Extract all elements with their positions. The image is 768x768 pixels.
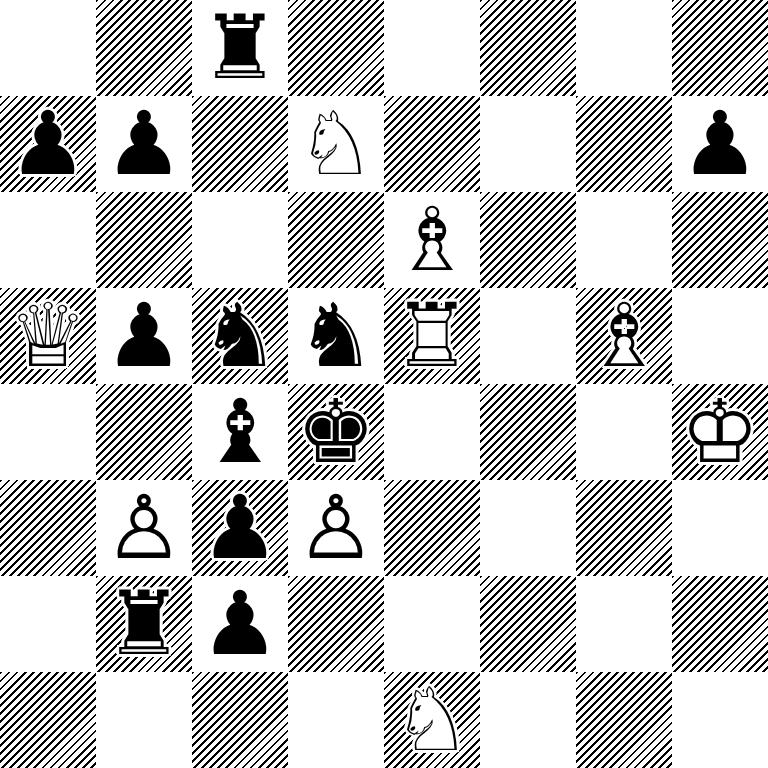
square-h7[interactable]: ♟ (672, 96, 768, 192)
square-a7[interactable]: ♟ (0, 96, 96, 192)
square-g6[interactable] (576, 192, 672, 288)
square-e1[interactable]: ♞♘ (384, 672, 480, 768)
piece-black-rook: ♜ (96, 576, 192, 672)
square-h4[interactable]: ♚♔ (672, 384, 768, 480)
piece-white-bishop: ♝♗ (384, 192, 480, 288)
square-f3[interactable] (480, 480, 576, 576)
square-d8[interactable] (288, 0, 384, 96)
square-h3[interactable] (672, 480, 768, 576)
piece-black-pawn: ♟ (192, 480, 288, 576)
square-d6[interactable] (288, 192, 384, 288)
square-g3[interactable] (576, 480, 672, 576)
piece-black-pawn: ♟ (96, 96, 192, 192)
square-a6[interactable] (0, 192, 96, 288)
piece-black-knight: ♞ (192, 288, 288, 384)
square-e8[interactable] (384, 0, 480, 96)
square-f8[interactable] (480, 0, 576, 96)
piece-white-king: ♚♔ (672, 384, 768, 480)
piece-black-king: ♚ (288, 384, 384, 480)
square-c3[interactable]: ♟ (192, 480, 288, 576)
piece-white-queen: ♛♕ (0, 288, 96, 384)
square-e3[interactable] (384, 480, 480, 576)
square-b7[interactable]: ♟ (96, 96, 192, 192)
piece-black-pawn: ♟ (672, 96, 768, 192)
square-f1[interactable] (480, 672, 576, 768)
square-g4[interactable] (576, 384, 672, 480)
piece-black-pawn: ♟ (0, 96, 96, 192)
square-h2[interactable] (672, 576, 768, 672)
piece-white-rook: ♜♖ (384, 288, 480, 384)
square-a5[interactable]: ♛♕ (0, 288, 96, 384)
piece-white-pawn: ♟♙ (288, 480, 384, 576)
square-g1[interactable] (576, 672, 672, 768)
square-h5[interactable] (672, 288, 768, 384)
piece-black-bishop: ♝ (192, 384, 288, 480)
square-g7[interactable] (576, 96, 672, 192)
piece-white-bishop: ♝♗ (576, 288, 672, 384)
square-e7[interactable] (384, 96, 480, 192)
square-c6[interactable] (192, 192, 288, 288)
square-a2[interactable] (0, 576, 96, 672)
square-g2[interactable] (576, 576, 672, 672)
square-g8[interactable] (576, 0, 672, 96)
square-f6[interactable] (480, 192, 576, 288)
square-e2[interactable] (384, 576, 480, 672)
square-h8[interactable] (672, 0, 768, 96)
square-d7[interactable]: ♞♘ (288, 96, 384, 192)
square-g5[interactable]: ♝♗ (576, 288, 672, 384)
square-f2[interactable] (480, 576, 576, 672)
square-d2[interactable] (288, 576, 384, 672)
piece-black-rook: ♜ (192, 0, 288, 96)
square-a1[interactable] (0, 672, 96, 768)
square-a4[interactable] (0, 384, 96, 480)
square-e4[interactable] (384, 384, 480, 480)
square-b4[interactable] (96, 384, 192, 480)
square-b2[interactable]: ♜ (96, 576, 192, 672)
square-e5[interactable]: ♜♖ (384, 288, 480, 384)
square-c1[interactable] (192, 672, 288, 768)
square-e6[interactable]: ♝♗ (384, 192, 480, 288)
square-b5[interactable]: ♟ (96, 288, 192, 384)
piece-black-knight: ♞ (288, 288, 384, 384)
square-d4[interactable]: ♚ (288, 384, 384, 480)
square-a8[interactable] (0, 0, 96, 96)
square-h6[interactable] (672, 192, 768, 288)
square-f4[interactable] (480, 384, 576, 480)
square-a3[interactable] (0, 480, 96, 576)
square-c7[interactable] (192, 96, 288, 192)
piece-black-pawn: ♟ (96, 288, 192, 384)
square-c2[interactable]: ♟ (192, 576, 288, 672)
piece-white-knight: ♞♘ (288, 96, 384, 192)
square-b3[interactable]: ♟♙ (96, 480, 192, 576)
square-c5[interactable]: ♞ (192, 288, 288, 384)
square-f5[interactable] (480, 288, 576, 384)
square-d1[interactable] (288, 672, 384, 768)
piece-white-pawn: ♟♙ (96, 480, 192, 576)
piece-white-knight: ♞♘ (384, 672, 480, 768)
square-c8[interactable]: ♜ (192, 0, 288, 96)
square-b8[interactable] (96, 0, 192, 96)
square-c4[interactable]: ♝ (192, 384, 288, 480)
square-b6[interactable] (96, 192, 192, 288)
square-d5[interactable]: ♞ (288, 288, 384, 384)
square-b1[interactable] (96, 672, 192, 768)
square-h1[interactable] (672, 672, 768, 768)
square-f7[interactable] (480, 96, 576, 192)
chess-board: ♜♟♟♞♘♟♝♗♛♕♟♞♞♜♖♝♗♝♚♚♔♟♙♟♟♙♜♟♞♘ (0, 0, 768, 768)
piece-black-pawn: ♟ (192, 576, 288, 672)
square-d3[interactable]: ♟♙ (288, 480, 384, 576)
